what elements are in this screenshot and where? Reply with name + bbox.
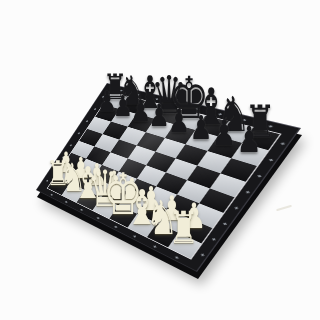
product-photo-scene: ♜♞♝♛♚♝♞♜♟♟♟♟♟♟♟♟♟♟♟♟♟♟♟♟♜♞♝♛♚♝♞♜	[0, 0, 320, 320]
piece-black-pawn-d7[interactable]: ♟	[148, 100, 170, 131]
piece-black-pawn-g7[interactable]: ♟	[212, 116, 236, 151]
piece-white-rook-h1[interactable]: ♜	[169, 206, 200, 250]
piece-black-pawn-h7[interactable]: ♟	[236, 122, 261, 158]
piece-black-pawn-f7[interactable]: ♟	[189, 111, 212, 144]
piece-black-pawn-e7[interactable]: ♟	[168, 105, 190, 137]
